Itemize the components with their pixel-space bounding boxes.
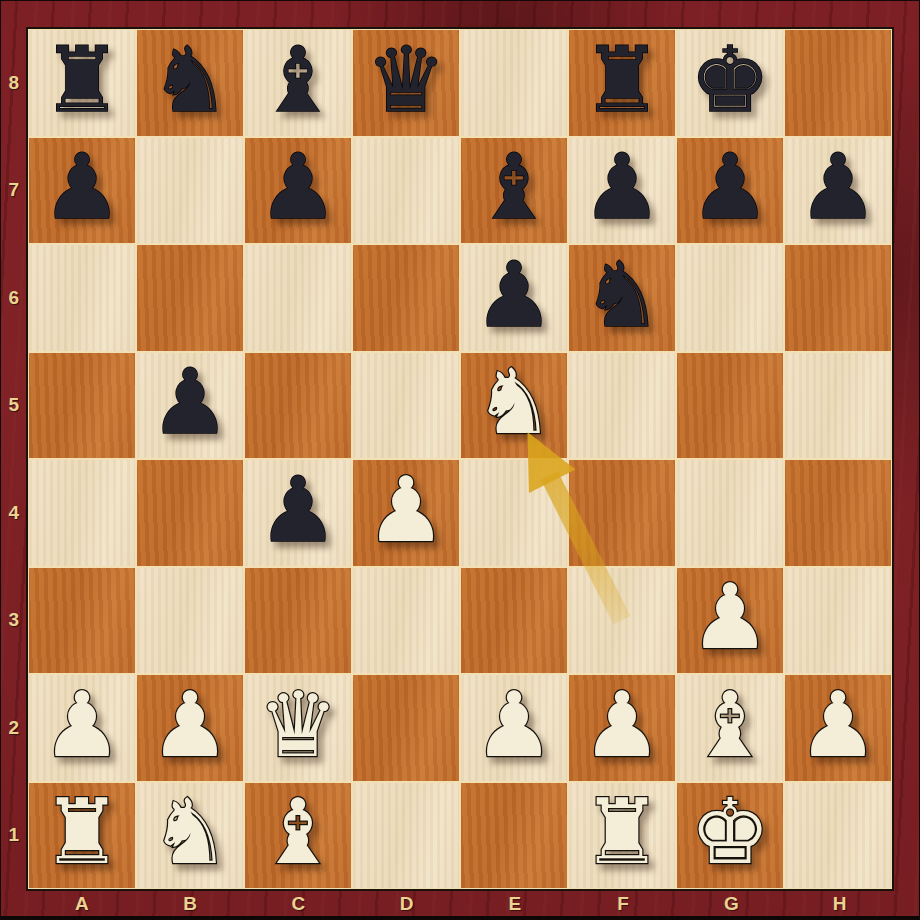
- white-pawn[interactable]: ♟: [42, 680, 123, 770]
- square-b1[interactable]: ♞: [137, 783, 243, 889]
- file-label-f: F: [617, 893, 629, 915]
- square-g8[interactable]: ♚: [677, 30, 783, 136]
- black-pawn[interactable]: ♟: [582, 142, 663, 232]
- white-pawn[interactable]: ♟: [474, 680, 555, 770]
- file-label-d: D: [400, 893, 414, 915]
- square-c4[interactable]: ♟: [245, 460, 351, 566]
- square-f5[interactable]: [569, 353, 675, 459]
- square-a2[interactable]: ♟: [29, 675, 135, 781]
- file-label-c: C: [292, 893, 306, 915]
- square-e3[interactable]: [461, 568, 567, 674]
- square-f7[interactable]: ♟: [569, 138, 675, 244]
- white-pawn[interactable]: ♟: [690, 572, 771, 662]
- black-rook[interactable]: ♜: [42, 35, 123, 125]
- black-knight[interactable]: ♞: [582, 250, 663, 340]
- square-g6[interactable]: [677, 245, 783, 351]
- square-d7[interactable]: [353, 138, 459, 244]
- square-a5[interactable]: [29, 353, 135, 459]
- rank-label-6: 6: [8, 287, 19, 309]
- square-g1[interactable]: ♚: [677, 783, 783, 889]
- square-e7[interactable]: ♝: [461, 138, 567, 244]
- square-c5[interactable]: [245, 353, 351, 459]
- square-c1[interactable]: ♝: [245, 783, 351, 889]
- white-pawn[interactable]: ♟: [798, 680, 879, 770]
- file-label-b: B: [183, 893, 197, 915]
- square-a7[interactable]: ♟: [29, 138, 135, 244]
- square-b4[interactable]: [137, 460, 243, 566]
- black-rook[interactable]: ♜: [582, 35, 663, 125]
- rank-label-7: 7: [8, 179, 19, 201]
- square-e4[interactable]: [461, 460, 567, 566]
- black-queen[interactable]: ♛: [366, 35, 447, 125]
- square-c7[interactable]: ♟: [245, 138, 351, 244]
- square-f2[interactable]: ♟: [569, 675, 675, 781]
- square-c3[interactable]: [245, 568, 351, 674]
- file-label-e: E: [509, 893, 522, 915]
- square-d3[interactable]: [353, 568, 459, 674]
- rank-label-2: 2: [8, 717, 19, 739]
- rank-label-1: 1: [8, 824, 19, 846]
- square-e1[interactable]: [461, 783, 567, 889]
- black-bishop[interactable]: ♝: [474, 142, 555, 232]
- chessboard-window: ♜♞♝♛♜♚♟♟♝♟♟♟♟♞♟♞♟♟♟♟♟♛♟♟♝♟♜♞♝♜♚ 87654321…: [0, 0, 920, 920]
- square-b3[interactable]: [137, 568, 243, 674]
- square-h7[interactable]: ♟: [785, 138, 891, 244]
- square-b8[interactable]: ♞: [137, 30, 243, 136]
- white-king[interactable]: ♚: [690, 787, 771, 877]
- black-pawn[interactable]: ♟: [798, 142, 879, 232]
- square-g5[interactable]: [677, 353, 783, 459]
- file-label-g: G: [724, 893, 739, 915]
- black-king[interactable]: ♚: [690, 35, 771, 125]
- white-pawn[interactable]: ♟: [366, 465, 447, 555]
- black-pawn[interactable]: ♟: [690, 142, 771, 232]
- black-pawn[interactable]: ♟: [258, 465, 339, 555]
- square-c8[interactable]: ♝: [245, 30, 351, 136]
- black-pawn[interactable]: ♟: [258, 142, 339, 232]
- square-h4[interactable]: [785, 460, 891, 566]
- white-rook[interactable]: ♜: [582, 787, 663, 877]
- square-b6[interactable]: [137, 245, 243, 351]
- square-f4[interactable]: [569, 460, 675, 566]
- square-h3[interactable]: [785, 568, 891, 674]
- square-a3[interactable]: [29, 568, 135, 674]
- square-e5[interactable]: ♞: [461, 353, 567, 459]
- square-g4[interactable]: [677, 460, 783, 566]
- rank-label-8: 8: [8, 72, 19, 94]
- square-e2[interactable]: ♟: [461, 675, 567, 781]
- square-b5[interactable]: ♟: [137, 353, 243, 459]
- square-h2[interactable]: ♟: [785, 675, 891, 781]
- white-knight[interactable]: ♞: [150, 787, 231, 877]
- square-h8[interactable]: [785, 30, 891, 136]
- white-pawn[interactable]: ♟: [150, 680, 231, 770]
- rank-label-3: 3: [8, 609, 19, 631]
- square-g7[interactable]: ♟: [677, 138, 783, 244]
- square-a8[interactable]: ♜: [29, 30, 135, 136]
- square-f8[interactable]: ♜: [569, 30, 675, 136]
- white-knight[interactable]: ♞: [474, 357, 555, 447]
- white-bishop[interactable]: ♝: [690, 680, 771, 770]
- file-label-h: H: [833, 893, 847, 915]
- square-f3[interactable]: [569, 568, 675, 674]
- square-d1[interactable]: [353, 783, 459, 889]
- square-h6[interactable]: [785, 245, 891, 351]
- white-rook[interactable]: ♜: [42, 787, 123, 877]
- rank-label-5: 5: [8, 394, 19, 416]
- square-g2[interactable]: ♝: [677, 675, 783, 781]
- square-a4[interactable]: [29, 460, 135, 566]
- chess-board: ♜♞♝♛♜♚♟♟♝♟♟♟♟♞♟♞♟♟♟♟♟♛♟♟♝♟♜♞♝♜♚: [26, 27, 894, 891]
- rank-label-4: 4: [8, 502, 19, 524]
- square-c2[interactable]: ♛: [245, 675, 351, 781]
- square-b7[interactable]: [137, 138, 243, 244]
- square-d5[interactable]: [353, 353, 459, 459]
- square-e8[interactable]: [461, 30, 567, 136]
- square-h1[interactable]: [785, 783, 891, 889]
- white-bishop[interactable]: ♝: [258, 787, 339, 877]
- square-g3[interactable]: ♟: [677, 568, 783, 674]
- white-pawn[interactable]: ♟: [582, 680, 663, 770]
- square-d6[interactable]: [353, 245, 459, 351]
- black-pawn[interactable]: ♟: [150, 357, 231, 447]
- square-a6[interactable]: [29, 245, 135, 351]
- square-c6[interactable]: [245, 245, 351, 351]
- black-knight[interactable]: ♞: [150, 35, 231, 125]
- white-queen[interactable]: ♛: [258, 680, 339, 770]
- square-d4[interactable]: ♟: [353, 460, 459, 566]
- square-f1[interactable]: ♜: [569, 783, 675, 889]
- square-e6[interactable]: ♟: [461, 245, 567, 351]
- square-b2[interactable]: ♟: [137, 675, 243, 781]
- black-bishop[interactable]: ♝: [258, 35, 339, 125]
- black-pawn[interactable]: ♟: [42, 142, 123, 232]
- square-f6[interactable]: ♞: [569, 245, 675, 351]
- square-d8[interactable]: ♛: [353, 30, 459, 136]
- square-a1[interactable]: ♜: [29, 783, 135, 889]
- square-d2[interactable]: [353, 675, 459, 781]
- black-pawn[interactable]: ♟: [474, 250, 555, 340]
- file-label-a: A: [75, 893, 89, 915]
- square-h5[interactable]: [785, 353, 891, 459]
